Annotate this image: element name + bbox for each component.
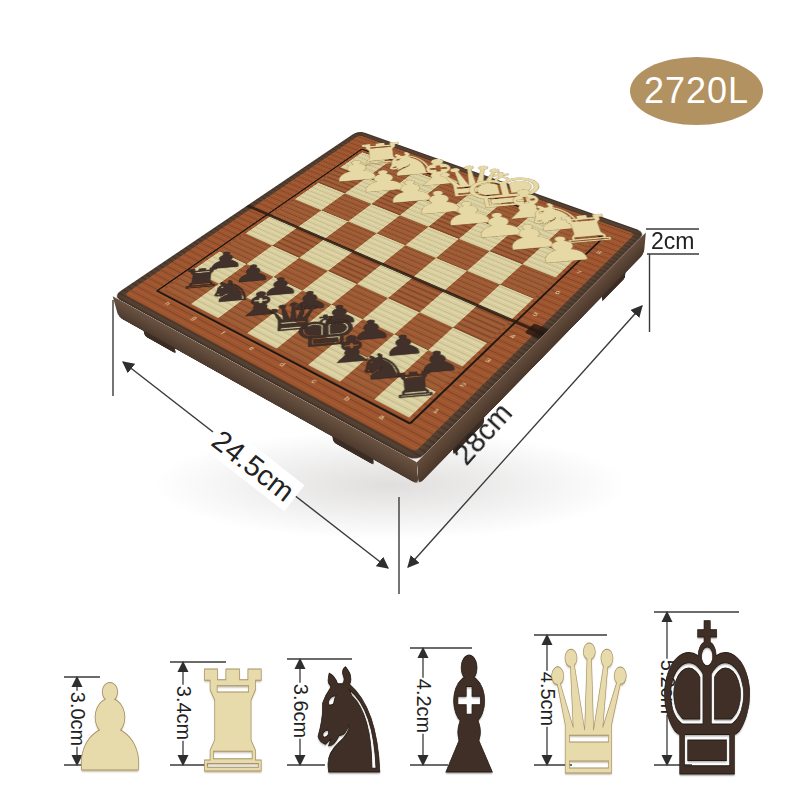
rank-label: 2 — [452, 378, 473, 392]
board-square — [340, 357, 401, 399]
board-square — [362, 298, 419, 335]
product-photo: hgfedcba 87654321 ♜♞♝♛♚♝♞♜♟♟♟♟♟♟♟♟♟♟♟♟♟♟… — [0, 0, 800, 800]
board-square — [477, 284, 534, 320]
pawn-glyph: ♟ — [496, 221, 531, 256]
board-square — [336, 319, 395, 357]
pawn-glyph: ♟ — [330, 158, 356, 187]
file-label: e — [242, 342, 262, 355]
file-label: g — [185, 312, 204, 324]
rank-label: 4 — [502, 331, 522, 344]
pawn-glyph: ♟ — [409, 188, 439, 220]
file-label: h — [158, 298, 177, 310]
size-chart-bishop: ♝ — [407, 637, 531, 797]
board-square — [332, 284, 388, 319]
pawn-glyph: ♟ — [355, 167, 382, 197]
model-badge: 2720L — [630, 57, 763, 125]
pawn-glyph: ♟ — [437, 198, 469, 231]
case-foot — [602, 272, 626, 302]
board-square — [357, 264, 412, 298]
board-square — [420, 291, 477, 327]
file-label: f — [213, 327, 233, 339]
board-square — [368, 334, 428, 374]
case-foot — [143, 330, 176, 354]
size-chart-knight: ♞ — [274, 650, 424, 794]
rank-label: 1 — [425, 404, 447, 419]
board-square — [453, 305, 511, 343]
board-square — [388, 277, 444, 312]
rank-label: 7 — [569, 267, 588, 278]
board-square — [247, 311, 305, 348]
board-square — [308, 341, 368, 381]
file-label: b — [336, 392, 357, 407]
board-square — [277, 326, 336, 365]
board-square — [467, 251, 522, 284]
board-thickness-label: 2cm — [651, 228, 694, 255]
board-square — [500, 264, 556, 298]
chessboard: hgfedcba 87654321 ♜♞♝♛♚♝♞♜♟♟♟♟♟♟♟♟♟♟♟♟♟♟… — [113, 130, 646, 462]
pawn-glyph: ♟ — [466, 209, 500, 243]
file-label: d — [272, 358, 292, 371]
rank-label: 5 — [525, 308, 545, 320]
size-chart-queen: ♛ — [527, 623, 651, 800]
size-chart-king: ♚ — [649, 597, 765, 800]
board-square — [428, 327, 488, 366]
board-square — [374, 374, 437, 418]
board-square — [401, 350, 462, 391]
board-square — [394, 312, 452, 350]
case-foot — [332, 436, 374, 465]
rank-label: 6 — [548, 287, 567, 299]
rank-label: 3 — [478, 354, 499, 368]
board-square — [412, 258, 467, 291]
board-square — [444, 271, 500, 306]
pawn-glyph: ♟ — [381, 177, 410, 208]
file-label: c — [304, 375, 325, 389]
file-label: a — [371, 410, 393, 425]
model-badge-label: 2720L — [644, 70, 749, 112]
